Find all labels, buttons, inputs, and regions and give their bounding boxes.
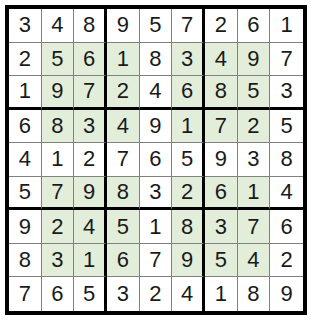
cell-r5c7[interactable]: 9 — [205, 143, 238, 177]
cell-r4c7[interactable]: 7 — [205, 110, 238, 144]
cell-r5c3[interactable]: 2 — [74, 143, 107, 177]
cell-r4c8[interactable]: 2 — [238, 110, 271, 144]
cell-r8c7[interactable]: 5 — [205, 244, 238, 278]
cell-r5c9[interactable]: 8 — [270, 143, 303, 177]
cell-r9c1[interactable]: 7 — [9, 277, 42, 311]
cell-r5c8[interactable]: 3 — [238, 143, 271, 177]
cell-r6c3[interactable]: 9 — [74, 177, 107, 211]
cell-r7c4[interactable]: 5 — [107, 210, 140, 244]
cell-r7c5[interactable]: 1 — [140, 210, 173, 244]
cell-r6c1[interactable]: 5 — [9, 177, 42, 211]
cell-r2c8[interactable]: 9 — [238, 43, 271, 77]
cell-r3c8[interactable]: 5 — [238, 76, 271, 110]
cell-r6c7[interactable]: 6 — [205, 177, 238, 211]
cell-r3c7[interactable]: 8 — [205, 76, 238, 110]
cell-r8c9[interactable]: 2 — [270, 244, 303, 278]
cell-r8c8[interactable]: 4 — [238, 244, 271, 278]
cell-r3c3[interactable]: 7 — [74, 76, 107, 110]
cell-r7c8[interactable]: 7 — [238, 210, 271, 244]
cell-r1c2[interactable]: 4 — [42, 9, 75, 43]
cell-r4c3[interactable]: 3 — [74, 110, 107, 144]
cell-r5c2[interactable]: 1 — [42, 143, 75, 177]
cell-r5c4[interactable]: 7 — [107, 143, 140, 177]
cell-r9c9[interactable]: 9 — [270, 277, 303, 311]
cell-r5c6[interactable]: 5 — [172, 143, 205, 177]
cell-r3c5[interactable]: 4 — [140, 76, 173, 110]
cell-r6c5[interactable]: 3 — [140, 177, 173, 211]
cell-r7c6[interactable]: 8 — [172, 210, 205, 244]
cell-r8c3[interactable]: 1 — [74, 244, 107, 278]
cell-r6c2[interactable]: 7 — [42, 177, 75, 211]
cell-r3c1[interactable]: 1 — [9, 76, 42, 110]
cell-r2c2[interactable]: 5 — [42, 43, 75, 77]
cell-r4c5[interactable]: 9 — [140, 110, 173, 144]
cell-r4c6[interactable]: 1 — [172, 110, 205, 144]
cell-r2c5[interactable]: 8 — [140, 43, 173, 77]
cell-r8c5[interactable]: 7 — [140, 244, 173, 278]
cell-r1c6[interactable]: 7 — [172, 9, 205, 43]
page: 3489572612561834971972468536834917254127… — [0, 0, 312, 320]
cell-r3c6[interactable]: 6 — [172, 76, 205, 110]
cell-r2c4[interactable]: 1 — [107, 43, 140, 77]
cell-r6c4[interactable]: 8 — [107, 177, 140, 211]
cell-r9c3[interactable]: 5 — [74, 277, 107, 311]
cell-r5c5[interactable]: 6 — [140, 143, 173, 177]
cell-r7c3[interactable]: 4 — [74, 210, 107, 244]
cell-r4c4[interactable]: 4 — [107, 110, 140, 144]
cell-r8c1[interactable]: 8 — [9, 244, 42, 278]
cell-r6c9[interactable]: 4 — [270, 177, 303, 211]
cell-r1c9[interactable]: 1 — [270, 9, 303, 43]
cell-r4c2[interactable]: 8 — [42, 110, 75, 144]
cell-r9c4[interactable]: 3 — [107, 277, 140, 311]
cell-r4c1[interactable]: 6 — [9, 110, 42, 144]
cell-r8c4[interactable]: 6 — [107, 244, 140, 278]
cell-r2c9[interactable]: 7 — [270, 43, 303, 77]
cell-r6c8[interactable]: 1 — [238, 177, 271, 211]
cell-r3c4[interactable]: 2 — [107, 76, 140, 110]
cell-r5c1[interactable]: 4 — [9, 143, 42, 177]
cell-r1c7[interactable]: 2 — [205, 9, 238, 43]
cell-r7c9[interactable]: 6 — [270, 210, 303, 244]
cell-r1c5[interactable]: 5 — [140, 9, 173, 43]
cell-r8c2[interactable]: 3 — [42, 244, 75, 278]
cell-r3c2[interactable]: 9 — [42, 76, 75, 110]
cell-r7c7[interactable]: 3 — [205, 210, 238, 244]
cell-r7c2[interactable]: 2 — [42, 210, 75, 244]
cell-r4c9[interactable]: 5 — [270, 110, 303, 144]
cell-r1c3[interactable]: 8 — [74, 9, 107, 43]
cell-r6c6[interactable]: 2 — [172, 177, 205, 211]
cell-r1c1[interactable]: 3 — [9, 9, 42, 43]
cell-r9c7[interactable]: 1 — [205, 277, 238, 311]
cell-r2c1[interactable]: 2 — [9, 43, 42, 77]
cell-r2c7[interactable]: 4 — [205, 43, 238, 77]
cell-r9c8[interactable]: 8 — [238, 277, 271, 311]
cell-r2c6[interactable]: 3 — [172, 43, 205, 77]
cell-r9c5[interactable]: 2 — [140, 277, 173, 311]
sudoku-board: 3489572612561834971972468536834917254127… — [5, 5, 307, 315]
cell-r2c3[interactable]: 6 — [74, 43, 107, 77]
cell-r9c2[interactable]: 6 — [42, 277, 75, 311]
cell-r1c8[interactable]: 6 — [238, 9, 271, 43]
cell-r7c1[interactable]: 9 — [9, 210, 42, 244]
cell-r9c6[interactable]: 4 — [172, 277, 205, 311]
cell-r8c6[interactable]: 9 — [172, 244, 205, 278]
cell-r3c9[interactable]: 3 — [270, 76, 303, 110]
cell-r1c4[interactable]: 9 — [107, 9, 140, 43]
